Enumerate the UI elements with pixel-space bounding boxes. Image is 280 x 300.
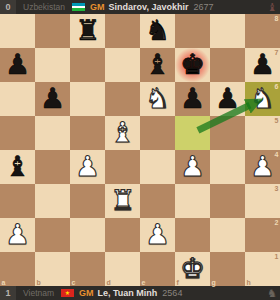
square-e7[interactable]: ♝ [140,48,175,82]
square-b4[interactable] [35,150,70,184]
square-b3[interactable] [35,184,70,218]
square-f7[interactable]: ♚ [175,48,210,82]
square-h2[interactable]: 2 [245,218,280,252]
square-a8[interactable] [0,14,35,48]
piece-black-king[interactable]: ♚ [175,48,210,82]
square-h3[interactable]: 3 [245,184,280,218]
square-c5[interactable] [70,116,105,150]
material-bishop-icon: ♝ [267,2,277,13]
square-e3[interactable] [140,184,175,218]
top-player-name[interactable]: Sindarov, Javokhir [109,2,189,12]
square-b7[interactable] [35,48,70,82]
piece-black-pawn[interactable]: ♟ [35,82,70,116]
piece-black-pawn[interactable]: ♟ [175,82,210,116]
square-g7[interactable] [210,48,245,82]
square-g4[interactable] [210,150,245,184]
square-h4[interactable]: 4♟ [245,150,280,184]
square-h8[interactable]: 8 [245,14,280,48]
square-b2[interactable] [35,218,70,252]
square-g8[interactable] [210,14,245,48]
piece-white-king[interactable]: ♚ [175,252,210,286]
piece-white-pawn[interactable]: ♟ [70,150,105,184]
square-a7[interactable]: ♟ [0,48,35,82]
piece-white-pawn[interactable]: ♟ [0,218,35,252]
vietnam-flag-icon: ★ [61,289,74,297]
piece-black-bishop[interactable]: ♝ [140,48,175,82]
piece-white-rook[interactable]: ♜ [105,184,140,218]
square-c6[interactable] [70,82,105,116]
square-h5[interactable]: 5 [245,116,280,150]
square-e4[interactable] [140,150,175,184]
rank-label-7: 7 [275,49,279,56]
rank-label-5: 5 [275,117,279,124]
piece-white-pawn[interactable]: ♟ [140,218,175,252]
piece-black-bishop[interactable]: ♝ [0,150,35,184]
top-player-score: 0 [0,0,16,14]
square-c8[interactable]: ♜ [70,14,105,48]
square-a6[interactable] [0,82,35,116]
square-f2[interactable] [175,218,210,252]
square-a3[interactable] [0,184,35,218]
square-g5[interactable] [210,116,245,150]
file-label-a: a [2,279,6,286]
square-a1[interactable]: a [0,252,35,286]
piece-white-knight[interactable]: ♞ [140,82,175,116]
square-d7[interactable] [105,48,140,82]
bottom-player-name[interactable]: Le, Tuan Minh [98,288,158,298]
square-d1[interactable]: d [105,252,140,286]
square-g1[interactable]: g [210,252,245,286]
square-d2[interactable] [105,218,140,252]
square-f5[interactable] [175,116,210,150]
file-label-h: h [247,279,251,286]
piece-black-rook[interactable]: ♜ [70,14,105,48]
rank-label-4: 4 [275,151,279,158]
bottom-player-bar: 1 Vietnam ★ GM Le, Tuan Minh 2564 ♞ [0,286,280,300]
square-c7[interactable] [70,48,105,82]
uzbekistan-flag-icon [72,3,85,11]
piece-black-pawn[interactable]: ♟ [0,48,35,82]
chess-board[interactable]: ♜♞8♟♝♚7♟♟♞♟♟6♞♝5♝♟♟4♟♜3♟♟2abcdef♚g1h [0,14,280,286]
top-player-rating: 2677 [193,2,213,12]
square-d4[interactable] [105,150,140,184]
file-label-b: b [37,279,41,286]
square-h7[interactable]: 7♟ [245,48,280,82]
square-b6[interactable]: ♟ [35,82,70,116]
square-g3[interactable] [210,184,245,218]
rank-label-6: 6 [275,83,279,90]
square-g6[interactable]: ♟ [210,82,245,116]
square-c3[interactable] [70,184,105,218]
square-d8[interactable] [105,14,140,48]
square-c1[interactable]: c [70,252,105,286]
square-d6[interactable] [105,82,140,116]
square-f3[interactable] [175,184,210,218]
square-a5[interactable] [0,116,35,150]
file-label-e: e [142,279,146,286]
top-player-team: Uzbekistan [23,2,65,12]
rank-label-2: 2 [275,219,279,226]
square-b8[interactable] [35,14,70,48]
material-knight-icon: ♞ [267,288,277,299]
file-label-c: c [72,279,76,286]
square-b1[interactable]: b [35,252,70,286]
square-e2[interactable]: ♟ [140,218,175,252]
file-label-d: d [107,279,111,286]
piece-white-pawn[interactable]: ♟ [175,150,210,184]
bottom-player-team: Vietnam [23,288,54,298]
square-d5[interactable]: ♝ [105,116,140,150]
bottom-player-rating: 2564 [162,288,182,298]
square-f6[interactable]: ♟ [175,82,210,116]
square-f4[interactable]: ♟ [175,150,210,184]
bottom-player-score: 1 [0,286,16,300]
top-player-title: GM [90,2,105,12]
square-c4[interactable]: ♟ [70,150,105,184]
rank-label-1: 1 [275,253,279,260]
square-a2[interactable]: ♟ [0,218,35,252]
square-h6[interactable]: 6♞ [245,82,280,116]
square-g2[interactable] [210,218,245,252]
piece-black-pawn[interactable]: ♟ [210,82,245,116]
piece-white-bishop[interactable]: ♝ [105,116,140,150]
square-c2[interactable] [70,218,105,252]
square-d3[interactable]: ♜ [105,184,140,218]
square-h1[interactable]: 1h [245,252,280,286]
rank-label-3: 3 [275,185,279,192]
bottom-player-title: GM [79,288,94,298]
rank-label-8: 8 [275,15,279,22]
square-f1[interactable]: f♚ [175,252,210,286]
square-e8[interactable]: ♞ [140,14,175,48]
square-b5[interactable] [35,116,70,150]
square-e5[interactable] [140,116,175,150]
square-e6[interactable]: ♞ [140,82,175,116]
piece-black-knight[interactable]: ♞ [140,14,175,48]
top-player-bar: 0 Uzbekistan GM Sindarov, Javokhir 2677 … [0,0,280,14]
square-a4[interactable]: ♝ [0,150,35,184]
square-f8[interactable] [175,14,210,48]
square-e1[interactable]: e [140,252,175,286]
file-label-g: g [212,279,216,286]
file-label-f: f [177,279,179,286]
